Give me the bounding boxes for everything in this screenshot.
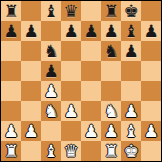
square-c1[interactable]: ♝ — [41, 141, 61, 161]
square-f4[interactable] — [101, 81, 121, 101]
white-pawn[interactable]: ♟ — [61, 101, 81, 121]
square-e8[interactable] — [81, 1, 101, 21]
square-b2[interactable]: ♟ — [21, 121, 41, 141]
black-rook[interactable]: ♜ — [101, 1, 121, 21]
square-c5[interactable]: ♟ — [41, 61, 61, 81]
square-d7[interactable]: ♟ — [61, 21, 81, 41]
square-h7[interactable]: ♟ — [141, 21, 161, 41]
white-pawn[interactable]: ♟ — [141, 121, 161, 141]
black-pawn[interactable]: ♟ — [121, 41, 141, 61]
white-knight[interactable]: ♞ — [41, 101, 61, 121]
black-pawn[interactable]: ♟ — [101, 21, 121, 41]
square-c7[interactable] — [41, 21, 61, 41]
square-g3[interactable]: ♟ — [121, 101, 141, 121]
square-f7[interactable]: ♟ — [101, 21, 121, 41]
square-d5[interactable] — [61, 61, 81, 81]
white-king[interactable]: ♚ — [121, 141, 141, 161]
square-a8[interactable]: ♜ — [1, 1, 21, 21]
white-pawn[interactable]: ♟ — [121, 101, 141, 121]
chess-board-frame: ♜♝♛♜♚♟♟♟♟♟♝♟♞♞♟♟♟♞♟♞♟♟♟♟♟♝♟♜♝♛♜♚ — [0, 0, 162, 162]
white-pawn[interactable]: ♟ — [41, 81, 61, 101]
black-pawn[interactable]: ♟ — [21, 21, 41, 41]
square-c6[interactable]: ♞ — [41, 41, 61, 61]
square-g4[interactable] — [121, 81, 141, 101]
white-rook[interactable]: ♜ — [101, 141, 121, 161]
square-h1[interactable] — [141, 141, 161, 161]
square-e3[interactable] — [81, 101, 101, 121]
square-f2[interactable]: ♟ — [101, 121, 121, 141]
white-pawn[interactable]: ♟ — [1, 121, 21, 141]
square-e7[interactable]: ♟ — [81, 21, 101, 41]
square-b1[interactable] — [21, 141, 41, 161]
square-c4[interactable]: ♟ — [41, 81, 61, 101]
square-g6[interactable]: ♟ — [121, 41, 141, 61]
square-h3[interactable] — [141, 101, 161, 121]
square-d4[interactable] — [61, 81, 81, 101]
white-queen[interactable]: ♛ — [61, 141, 81, 161]
white-knight[interactable]: ♞ — [101, 101, 121, 121]
square-b7[interactable]: ♟ — [21, 21, 41, 41]
black-queen[interactable]: ♛ — [61, 1, 81, 21]
square-e1[interactable] — [81, 141, 101, 161]
square-d8[interactable]: ♛ — [61, 1, 81, 21]
square-g2[interactable]: ♝ — [121, 121, 141, 141]
black-pawn[interactable]: ♟ — [1, 21, 21, 41]
square-g5[interactable] — [121, 61, 141, 81]
square-a7[interactable]: ♟ — [1, 21, 21, 41]
square-e2[interactable]: ♟ — [81, 121, 101, 141]
square-g7[interactable]: ♝ — [121, 21, 141, 41]
square-a4[interactable] — [1, 81, 21, 101]
black-pawn[interactable]: ♟ — [81, 21, 101, 41]
square-f6[interactable]: ♞ — [101, 41, 121, 61]
square-e6[interactable] — [81, 41, 101, 61]
square-h2[interactable]: ♟ — [141, 121, 161, 141]
square-h4[interactable] — [141, 81, 161, 101]
square-g1[interactable]: ♚ — [121, 141, 141, 161]
white-rook[interactable]: ♜ — [1, 141, 21, 161]
white-pawn[interactable]: ♟ — [101, 121, 121, 141]
square-f8[interactable]: ♜ — [101, 1, 121, 21]
square-d2[interactable] — [61, 121, 81, 141]
black-rook[interactable]: ♜ — [1, 1, 21, 21]
black-knight[interactable]: ♞ — [41, 41, 61, 61]
white-pawn[interactable]: ♟ — [81, 121, 101, 141]
square-b4[interactable] — [21, 81, 41, 101]
black-pawn[interactable]: ♟ — [141, 21, 161, 41]
square-b3[interactable] — [21, 101, 41, 121]
square-d6[interactable] — [61, 41, 81, 61]
white-pawn[interactable]: ♟ — [21, 121, 41, 141]
black-knight[interactable]: ♞ — [101, 41, 121, 61]
black-bishop[interactable]: ♝ — [121, 21, 141, 41]
square-a3[interactable] — [1, 101, 21, 121]
square-a1[interactable]: ♜ — [1, 141, 21, 161]
black-bishop[interactable]: ♝ — [41, 1, 61, 21]
square-d3[interactable]: ♟ — [61, 101, 81, 121]
square-f5[interactable] — [101, 61, 121, 81]
square-e4[interactable] — [81, 81, 101, 101]
square-h8[interactable] — [141, 1, 161, 21]
black-pawn[interactable]: ♟ — [41, 61, 61, 81]
square-b5[interactable] — [21, 61, 41, 81]
square-b8[interactable] — [21, 1, 41, 21]
square-h5[interactable] — [141, 61, 161, 81]
square-a6[interactable] — [1, 41, 21, 61]
square-g8[interactable]: ♚ — [121, 1, 141, 21]
square-d1[interactable]: ♛ — [61, 141, 81, 161]
square-b6[interactable] — [21, 41, 41, 61]
square-f1[interactable]: ♜ — [101, 141, 121, 161]
square-c2[interactable] — [41, 121, 61, 141]
square-c3[interactable]: ♞ — [41, 101, 61, 121]
square-c8[interactable]: ♝ — [41, 1, 61, 21]
square-f3[interactable]: ♞ — [101, 101, 121, 121]
black-pawn[interactable]: ♟ — [61, 21, 81, 41]
square-h6[interactable] — [141, 41, 161, 61]
white-bishop[interactable]: ♝ — [41, 141, 61, 161]
square-e5[interactable] — [81, 61, 101, 81]
black-king[interactable]: ♚ — [121, 1, 141, 21]
chess-board: ♜♝♛♜♚♟♟♟♟♟♝♟♞♞♟♟♟♞♟♞♟♟♟♟♟♝♟♜♝♛♜♚ — [1, 1, 161, 161]
white-bishop[interactable]: ♝ — [121, 121, 141, 141]
square-a5[interactable] — [1, 61, 21, 81]
square-a2[interactable]: ♟ — [1, 121, 21, 141]
